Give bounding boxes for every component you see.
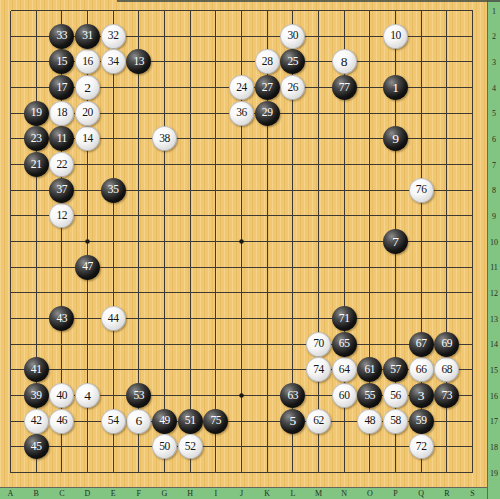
go-stone-black[interactable]: 71 bbox=[332, 306, 357, 331]
go-stone-white[interactable]: 8 bbox=[332, 49, 357, 74]
go-stone-white[interactable]: 20 bbox=[75, 101, 100, 126]
row-label: 2 bbox=[488, 32, 500, 41]
move-number: 65 bbox=[339, 338, 350, 350]
go-stone-white[interactable]: 24 bbox=[229, 75, 254, 100]
move-number: 21 bbox=[31, 159, 42, 171]
move-number: 60 bbox=[339, 390, 350, 402]
move-number: 7 bbox=[392, 235, 399, 249]
row-label: 6 bbox=[488, 135, 500, 144]
move-number: 17 bbox=[56, 82, 67, 94]
go-stone-black[interactable]: 69 bbox=[434, 332, 459, 357]
go-board[interactable]: 1234567891011121314151617181920212223242… bbox=[0, 0, 487, 487]
move-number: 58 bbox=[390, 415, 401, 427]
go-stone-white[interactable]: 18 bbox=[49, 101, 74, 126]
go-stone-white[interactable]: 72 bbox=[409, 434, 434, 459]
row-label: 9 bbox=[488, 212, 500, 221]
go-stone-black[interactable]: 33 bbox=[49, 24, 74, 49]
go-stone-black[interactable]: 19 bbox=[24, 101, 49, 126]
row-label: 5 bbox=[488, 109, 500, 118]
go-stone-white[interactable]: 64 bbox=[332, 357, 357, 382]
column-label: O bbox=[363, 489, 377, 498]
column-label: Q bbox=[414, 489, 428, 498]
board-right-edge-line bbox=[487, 0, 488, 499]
go-stone-black[interactable]: 49 bbox=[152, 409, 177, 434]
go-stone-white[interactable]: 46 bbox=[49, 409, 74, 434]
go-stone-black[interactable]: 41 bbox=[24, 357, 49, 382]
go-stone-white[interactable]: 6 bbox=[126, 409, 151, 434]
go-stone-white[interactable]: 66 bbox=[409, 357, 434, 382]
move-number: 77 bbox=[339, 82, 350, 94]
go-stone-black[interactable]: 21 bbox=[24, 152, 49, 177]
go-stone-black[interactable]: 65 bbox=[332, 332, 357, 357]
move-number: 33 bbox=[56, 30, 67, 42]
move-number: 51 bbox=[185, 415, 196, 427]
go-stone-black[interactable]: 45 bbox=[24, 434, 49, 459]
go-stone-white[interactable]: 58 bbox=[383, 409, 408, 434]
go-stone-black[interactable]: 67 bbox=[409, 332, 434, 357]
row-label: 3 bbox=[488, 58, 500, 67]
go-stone-white[interactable]: 76 bbox=[409, 178, 434, 203]
move-number: 13 bbox=[133, 56, 144, 68]
row-label: 14 bbox=[488, 340, 500, 349]
move-number: 55 bbox=[364, 390, 375, 402]
go-stone-black[interactable]: 59 bbox=[409, 409, 434, 434]
column-label: S bbox=[466, 489, 480, 498]
move-number: 70 bbox=[313, 338, 324, 350]
move-number: 43 bbox=[56, 313, 67, 325]
row-label: 13 bbox=[488, 315, 500, 324]
go-kifu-diagram: 1234567891011121314151617181920212223242… bbox=[0, 0, 500, 499]
column-label: N bbox=[337, 489, 351, 498]
move-number: 46 bbox=[56, 415, 67, 427]
row-label: 1 bbox=[488, 7, 500, 16]
move-number: 34 bbox=[108, 56, 119, 68]
row-label: 12 bbox=[488, 289, 500, 298]
go-stone-white[interactable]: 48 bbox=[357, 409, 382, 434]
go-stone-white[interactable]: 42 bbox=[24, 409, 49, 434]
move-number: 56 bbox=[390, 390, 401, 402]
go-stone-black[interactable]: 5 bbox=[280, 409, 305, 434]
go-stone-black[interactable]: 47 bbox=[75, 255, 100, 280]
go-stone-black[interactable]: 39 bbox=[24, 383, 49, 408]
move-number: 76 bbox=[416, 184, 427, 196]
go-stone-white[interactable]: 30 bbox=[280, 24, 305, 49]
go-stone-black[interactable]: 7 bbox=[383, 229, 408, 254]
board-bottom-edge-line bbox=[0, 487, 488, 488]
move-number: 74 bbox=[313, 364, 324, 376]
go-stone-black[interactable]: 1 bbox=[383, 75, 408, 100]
move-number: 63 bbox=[287, 390, 298, 402]
move-number: 42 bbox=[31, 415, 42, 427]
move-number: 72 bbox=[416, 441, 427, 453]
column-label: P bbox=[389, 489, 403, 498]
go-stone-white[interactable]: 28 bbox=[255, 49, 280, 74]
go-stone-white[interactable]: 10 bbox=[383, 24, 408, 49]
go-stone-black[interactable]: 77 bbox=[332, 75, 357, 100]
column-label: K bbox=[260, 489, 274, 498]
move-number: 39 bbox=[31, 390, 42, 402]
move-number: 9 bbox=[392, 132, 399, 146]
move-number: 12 bbox=[56, 210, 67, 222]
move-number: 31 bbox=[82, 30, 93, 42]
move-number: 64 bbox=[339, 364, 350, 376]
column-coordinate-strip: ABCDEFGHIJKLMNOPQRS bbox=[0, 488, 488, 499]
move-number: 3 bbox=[418, 389, 425, 403]
row-label: 10 bbox=[488, 238, 500, 247]
move-number: 20 bbox=[82, 107, 93, 119]
move-number: 59 bbox=[416, 415, 427, 427]
go-stone-white[interactable]: 34 bbox=[101, 49, 126, 74]
move-number: 45 bbox=[31, 441, 42, 453]
go-stone-black[interactable]: 75 bbox=[203, 409, 228, 434]
move-number: 53 bbox=[133, 390, 144, 402]
move-number: 62 bbox=[313, 415, 324, 427]
row-label: 16 bbox=[488, 392, 500, 401]
go-stone-white[interactable]: 60 bbox=[332, 383, 357, 408]
column-label: M bbox=[312, 489, 326, 498]
move-number: 19 bbox=[31, 107, 42, 119]
window-top-border bbox=[117, 0, 500, 2]
go-stone-white[interactable]: 32 bbox=[101, 24, 126, 49]
move-number: 10 bbox=[390, 30, 401, 42]
move-number: 50 bbox=[159, 441, 170, 453]
move-number: 18 bbox=[56, 107, 67, 119]
go-stone-white[interactable]: 52 bbox=[178, 434, 203, 459]
go-stone-white[interactable]: 4 bbox=[75, 383, 100, 408]
column-label: L bbox=[286, 489, 300, 498]
move-number: 66 bbox=[416, 364, 427, 376]
row-label: 18 bbox=[488, 443, 500, 452]
go-stone-white[interactable]: 2 bbox=[75, 75, 100, 100]
column-label: G bbox=[158, 489, 172, 498]
go-stone-black[interactable]: 37 bbox=[49, 178, 74, 203]
row-label: 7 bbox=[488, 161, 500, 170]
move-number: 41 bbox=[31, 364, 42, 376]
column-label: R bbox=[440, 489, 454, 498]
row-label: 8 bbox=[488, 186, 500, 195]
move-number: 25 bbox=[287, 56, 298, 68]
column-label: A bbox=[4, 489, 18, 498]
move-number: 4 bbox=[84, 389, 91, 403]
move-number: 36 bbox=[236, 107, 247, 119]
move-number: 73 bbox=[441, 390, 452, 402]
move-number: 54 bbox=[108, 415, 119, 427]
go-stone-white[interactable]: 44 bbox=[101, 306, 126, 331]
move-number: 23 bbox=[31, 133, 42, 145]
star-point bbox=[239, 393, 244, 398]
move-number: 24 bbox=[236, 82, 247, 94]
move-number: 15 bbox=[56, 56, 67, 68]
move-number: 35 bbox=[108, 184, 119, 196]
move-number: 16 bbox=[82, 56, 93, 68]
move-number: 5 bbox=[289, 414, 296, 428]
row-coordinate-strip: 12345678910111213141516171819 bbox=[488, 0, 500, 499]
move-number: 26 bbox=[287, 82, 298, 94]
move-number: 69 bbox=[441, 338, 452, 350]
column-label: H bbox=[183, 489, 197, 498]
go-stone-white[interactable]: 36 bbox=[229, 101, 254, 126]
go-stone-black[interactable]: 27 bbox=[255, 75, 280, 100]
move-number: 47 bbox=[82, 261, 93, 273]
move-number: 40 bbox=[56, 390, 67, 402]
go-stone-white[interactable]: 54 bbox=[101, 409, 126, 434]
column-label: J bbox=[235, 489, 249, 498]
row-label: 19 bbox=[488, 469, 500, 478]
move-number: 11 bbox=[57, 133, 67, 145]
move-number: 48 bbox=[364, 415, 375, 427]
go-stone-black[interactable]: 29 bbox=[255, 101, 280, 126]
move-number: 44 bbox=[108, 313, 119, 325]
move-number: 52 bbox=[185, 441, 196, 453]
column-label: D bbox=[81, 489, 95, 498]
move-number: 29 bbox=[262, 107, 273, 119]
go-stone-white[interactable]: 70 bbox=[306, 332, 331, 357]
move-number: 1 bbox=[392, 81, 399, 95]
row-label: 17 bbox=[488, 417, 500, 426]
go-stone-white[interactable]: 56 bbox=[383, 383, 408, 408]
go-stone-white[interactable]: 62 bbox=[306, 409, 331, 434]
move-number: 71 bbox=[339, 313, 350, 325]
star-point bbox=[85, 239, 90, 244]
move-number: 38 bbox=[159, 133, 170, 145]
move-number: 37 bbox=[56, 184, 67, 196]
go-stone-black[interactable]: 51 bbox=[178, 409, 203, 434]
move-number: 27 bbox=[262, 82, 273, 94]
move-number: 14 bbox=[82, 133, 93, 145]
go-stone-black[interactable]: 31 bbox=[75, 24, 100, 49]
move-number: 57 bbox=[390, 364, 401, 376]
column-label: I bbox=[209, 489, 223, 498]
move-number: 49 bbox=[159, 415, 170, 427]
row-label: 4 bbox=[488, 84, 500, 93]
move-number: 8 bbox=[341, 55, 348, 69]
move-number: 28 bbox=[262, 56, 273, 68]
move-number: 22 bbox=[56, 159, 67, 171]
column-label: B bbox=[29, 489, 43, 498]
go-stone-black[interactable]: 3 bbox=[409, 383, 434, 408]
move-number: 61 bbox=[364, 364, 375, 376]
go-stone-black[interactable]: 23 bbox=[24, 126, 49, 151]
row-label: 11 bbox=[488, 263, 500, 272]
column-label: E bbox=[106, 489, 120, 498]
move-number: 32 bbox=[108, 30, 119, 42]
move-number: 67 bbox=[416, 338, 427, 350]
move-number: 6 bbox=[135, 414, 142, 428]
move-number: 30 bbox=[287, 30, 298, 42]
column-label: C bbox=[55, 489, 69, 498]
column-label: F bbox=[132, 489, 146, 498]
move-number: 75 bbox=[210, 415, 221, 427]
row-label: 15 bbox=[488, 366, 500, 375]
go-stone-black[interactable]: 35 bbox=[101, 178, 126, 203]
star-point bbox=[239, 239, 244, 244]
move-number: 2 bbox=[84, 81, 91, 95]
move-number: 68 bbox=[441, 364, 452, 376]
